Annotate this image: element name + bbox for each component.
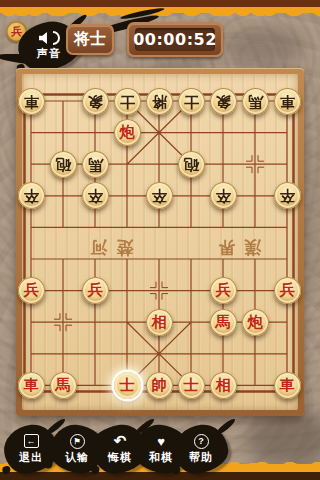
piece-black-soldier[interactable]: 卒 (146, 182, 173, 209)
piece-black-cannon[interactable]: 砲 (50, 151, 77, 178)
piece-char: 士 (184, 378, 199, 393)
piece-char: 卒 (152, 188, 167, 203)
piece-char: 車 (24, 94, 39, 109)
undo-arrow-icon: ↶ (114, 433, 127, 449)
piece-char: 兵 (24, 283, 39, 298)
toolbar-button-label: 和棋 (149, 450, 173, 465)
piece-char: 兵 (88, 283, 103, 298)
toolbar-button-label: 退出 (19, 450, 43, 465)
piece-char: 士 (120, 378, 135, 393)
piece-char: 士 (184, 94, 199, 109)
help-button[interactable]: ?帮助 (176, 427, 226, 471)
piece-black-elephant[interactable]: 象 (210, 88, 237, 115)
toolbar-button-label: 悔棋 (108, 450, 132, 465)
ink-wash-splotch (225, 28, 305, 64)
piece-red-cannon[interactable]: 炮 (114, 119, 141, 146)
piece-red-elephant[interactable]: 相 (146, 309, 173, 336)
piece-char: 馬 (88, 157, 103, 172)
piece-red-soldier[interactable]: 兵 (210, 277, 237, 304)
piece-char: 馬 (216, 315, 231, 330)
piece-red-soldier[interactable]: 兵 (82, 277, 109, 304)
piece-char: 卒 (88, 188, 103, 203)
toolbar-button-label: 帮助 (189, 450, 213, 465)
piece-char: 卒 (280, 188, 295, 203)
piece-red-horse[interactable]: 馬 (210, 309, 237, 336)
piece-char: 卒 (216, 188, 231, 203)
piece-char: 炮 (248, 315, 263, 330)
pieces-layer: 車象士將士象馬車炮砲馬砲卒卒卒卒卒兵兵兵兵相馬炮車馬士帥士相車 (22, 74, 298, 410)
piece-char: 砲 (56, 157, 71, 172)
piece-red-horse[interactable]: 馬 (50, 372, 77, 399)
bottom-border-strip (0, 472, 320, 480)
piece-char: 相 (216, 378, 231, 393)
piece-red-general[interactable]: 帥 (146, 372, 173, 399)
help-question-icon: ? (194, 433, 209, 449)
piece-char: 象 (216, 94, 231, 109)
piece-black-soldier[interactable]: 卒 (210, 182, 237, 209)
piece-red-advisor[interactable]: 士 (114, 372, 141, 399)
xiangqi-board[interactable]: 楚河 漢界 車象士將士象馬車炮砲馬砲卒卒卒卒卒兵兵兵兵相馬炮車馬士帥士相車 (16, 68, 304, 416)
resign-flag-icon: ⚑ (70, 433, 85, 449)
piece-black-horse[interactable]: 馬 (242, 88, 269, 115)
piece-char: 車 (280, 94, 295, 109)
timer-badge: 00:00:52 (127, 22, 223, 57)
piece-red-rook[interactable]: 車 (18, 372, 45, 399)
piece-char: 車 (24, 378, 39, 393)
piece-red-soldier[interactable]: 兵 (274, 277, 301, 304)
piece-black-rook[interactable]: 車 (18, 88, 45, 115)
piece-black-soldier[interactable]: 卒 (18, 182, 45, 209)
sound-label: 声音 (37, 46, 61, 61)
piece-char: 將 (152, 94, 167, 109)
ink-blob (171, 422, 230, 476)
piece-char: 馬 (56, 378, 71, 393)
piece-red-elephant[interactable]: 相 (210, 372, 237, 399)
piece-char: 士 (120, 94, 135, 109)
speaker-icon (39, 31, 60, 45)
piece-char: 相 (152, 315, 167, 330)
piece-char: 兵 (280, 283, 295, 298)
piece-red-cannon[interactable]: 炮 (242, 309, 269, 336)
piece-red-soldier[interactable]: 兵 (18, 277, 45, 304)
piece-black-general[interactable]: 將 (146, 88, 173, 115)
piece-black-cannon[interactable]: 砲 (178, 151, 205, 178)
piece-black-advisor[interactable]: 士 (178, 88, 205, 115)
board-field: 楚河 漢界 車象士將士象馬車炮砲馬砲卒卒卒卒卒兵兵兵兵相馬炮車馬士帥士相車 (22, 74, 298, 410)
piece-red-rook[interactable]: 車 (274, 372, 301, 399)
top-border-strip (0, 0, 320, 7)
piece-char: 卒 (24, 188, 39, 203)
draw-heart-icon: ♥ (157, 433, 165, 449)
piece-red-advisor[interactable]: 士 (178, 372, 205, 399)
piece-char: 炮 (120, 125, 135, 140)
piece-char: 兵 (216, 283, 231, 298)
piece-char: 馬 (248, 94, 263, 109)
piece-black-soldier[interactable]: 卒 (82, 182, 109, 209)
piece-black-horse[interactable]: 馬 (82, 151, 109, 178)
piece-char: 車 (280, 378, 295, 393)
timer-value: 00:00:52 (135, 28, 215, 51)
level-title: 将士 (74, 29, 106, 50)
piece-char: 象 (88, 94, 103, 109)
xiangqi-app-screen: 兵 声音 将士 00:00:52 楚河 漢界 車象士將士象馬車炮砲馬砲卒卒卒卒卒… (0, 0, 320, 480)
exit-icon: ← (24, 433, 39, 449)
piece-char: 帥 (152, 378, 167, 393)
toolbar-button-label: 认输 (65, 450, 89, 465)
piece-black-elephant[interactable]: 象 (82, 88, 109, 115)
piece-black-rook[interactable]: 車 (274, 88, 301, 115)
piece-black-soldier[interactable]: 卒 (274, 182, 301, 209)
piece-black-advisor[interactable]: 士 (114, 88, 141, 115)
piece-char: 砲 (184, 157, 199, 172)
level-title-badge: 将士 (66, 24, 114, 55)
